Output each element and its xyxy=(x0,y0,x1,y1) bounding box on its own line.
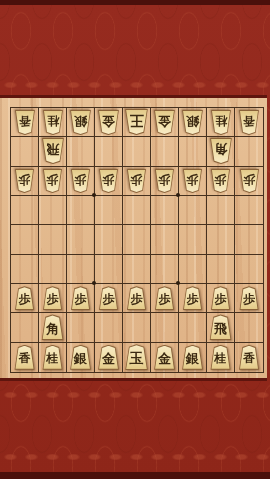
square-2i[interactable]: 桂 xyxy=(207,343,235,372)
koma-face: 歩 xyxy=(211,170,230,192)
star-point xyxy=(92,193,96,197)
koma-r-gote[interactable]: 飛 xyxy=(41,138,65,164)
square-9b[interactable] xyxy=(11,137,39,166)
square-2h[interactable]: 飛 xyxy=(207,313,235,342)
koma-face: 飛 xyxy=(210,315,232,339)
koma-p-gote[interactable]: 歩 xyxy=(154,169,175,193)
koma-face: 歩 xyxy=(211,287,230,309)
koma-face: 歩 xyxy=(15,170,34,192)
koma-kanji: 香 xyxy=(243,352,255,364)
koma-kanji: 歩 xyxy=(131,174,143,186)
square-2d[interactable] xyxy=(207,196,235,225)
ornament-chain-below-board xyxy=(0,389,270,401)
koma-kanji: 角 xyxy=(46,322,59,335)
square-4g[interactable]: 歩 xyxy=(151,284,179,313)
koma-k-gote[interactable]: 王 xyxy=(124,109,149,135)
koma-p-sente[interactable]: 歩 xyxy=(126,286,147,310)
koma-kanji: 歩 xyxy=(215,174,227,186)
koma-face: 歩 xyxy=(155,170,174,192)
koma-face: 香 xyxy=(15,346,35,369)
koma-p-sente[interactable]: 歩 xyxy=(14,286,35,310)
square-2g[interactable]: 歩 xyxy=(207,284,235,313)
koma-kanji: 桂 xyxy=(47,115,59,127)
koma-p-sente[interactable]: 歩 xyxy=(182,286,203,310)
koma-p-gote[interactable]: 歩 xyxy=(182,169,203,193)
koma-l-gote[interactable]: 香 xyxy=(238,110,260,135)
square-6h[interactable] xyxy=(95,313,123,342)
shogi-board: 香桂銀金王金銀桂香飛角歩歩歩歩歩歩歩歩歩歩歩歩歩歩歩歩歩歩角飛香桂銀金玉金銀桂香 xyxy=(0,95,267,381)
square-6a[interactable]: 金 xyxy=(95,108,123,137)
koma-kanji: 飛 xyxy=(46,144,59,157)
koma-p-sente[interactable]: 歩 xyxy=(154,286,175,310)
square-3d[interactable] xyxy=(179,196,207,225)
koma-p-sente[interactable]: 歩 xyxy=(42,286,63,310)
square-3g[interactable]: 歩 xyxy=(179,284,207,313)
star-point xyxy=(92,281,96,285)
koma-kanji: 香 xyxy=(243,115,255,127)
koma-face: 玉 xyxy=(125,345,148,369)
square-6c[interactable]: 歩 xyxy=(95,167,123,196)
koma-g-gote[interactable]: 金 xyxy=(97,110,120,135)
koma-kanji: 銀 xyxy=(186,115,199,128)
koma-p-gote[interactable]: 歩 xyxy=(98,169,119,193)
koma-kanji: 歩 xyxy=(215,293,227,305)
square-4h[interactable] xyxy=(151,313,179,342)
square-3c[interactable]: 歩 xyxy=(179,167,207,196)
bottom-edge-strip xyxy=(0,472,270,479)
square-7i[interactable]: 銀 xyxy=(67,343,95,372)
koma-p-sente[interactable]: 歩 xyxy=(98,286,119,310)
koma-face: 歩 xyxy=(43,287,62,309)
koma-l-sente[interactable]: 香 xyxy=(14,345,36,370)
square-3h[interactable] xyxy=(179,313,207,342)
star-point xyxy=(176,193,180,197)
koma-face: 歩 xyxy=(183,287,202,309)
koma-p-gote[interactable]: 歩 xyxy=(126,169,147,193)
koma-g-gote[interactable]: 金 xyxy=(153,110,176,135)
koma-kanji: 銀 xyxy=(74,115,87,128)
square-8e[interactable] xyxy=(39,225,67,254)
square-8f[interactable] xyxy=(39,255,67,284)
square-4e[interactable] xyxy=(151,225,179,254)
square-8b[interactable]: 飛 xyxy=(39,137,67,166)
square-2b[interactable]: 角 xyxy=(207,137,235,166)
square-7d[interactable] xyxy=(67,196,95,225)
koma-s-sente[interactable]: 銀 xyxy=(181,345,204,370)
koma-kanji: 歩 xyxy=(103,174,115,186)
square-7b[interactable] xyxy=(67,137,95,166)
star-point xyxy=(176,281,180,285)
koma-p-sente[interactable]: 歩 xyxy=(239,286,260,310)
koma-kanji: 銀 xyxy=(74,352,87,365)
square-7c[interactable]: 歩 xyxy=(67,167,95,196)
koma-s-sente[interactable]: 銀 xyxy=(69,345,92,370)
koma-face: 香 xyxy=(239,111,259,134)
square-5i[interactable]: 玉 xyxy=(123,343,151,372)
square-3f[interactable] xyxy=(179,255,207,284)
square-1f[interactable] xyxy=(235,255,263,284)
board-grid: 香桂銀金王金銀桂香飛角歩歩歩歩歩歩歩歩歩歩歩歩歩歩歩歩歩歩角飛香桂銀金玉金銀桂香 xyxy=(10,107,264,373)
square-1c[interactable]: 歩 xyxy=(235,167,263,196)
square-5b[interactable] xyxy=(123,137,151,166)
koma-kanji: 歩 xyxy=(243,293,255,305)
koma-kanji: 歩 xyxy=(75,174,87,186)
square-1b[interactable] xyxy=(235,137,263,166)
koma-g-sente[interactable]: 金 xyxy=(97,345,120,370)
square-6e[interactable] xyxy=(95,225,123,254)
square-4i[interactable]: 金 xyxy=(151,343,179,372)
koma-kanji: 金 xyxy=(158,115,171,128)
koma-kanji: 歩 xyxy=(159,174,171,186)
koma-face: 歩 xyxy=(155,287,174,309)
koma-kanji: 飛 xyxy=(214,322,227,335)
koma-kanji: 銀 xyxy=(186,352,199,365)
square-3a[interactable]: 銀 xyxy=(179,108,207,137)
square-5f[interactable] xyxy=(123,255,151,284)
koma-face: 桂 xyxy=(211,346,231,369)
koma-face: 歩 xyxy=(15,287,34,309)
square-8g[interactable]: 歩 xyxy=(39,284,67,313)
square-9g[interactable]: 歩 xyxy=(11,284,39,313)
square-3e[interactable] xyxy=(179,225,207,254)
koma-p-gote[interactable]: 歩 xyxy=(210,169,231,193)
square-9a[interactable]: 香 xyxy=(11,108,39,137)
koma-p-gote[interactable]: 歩 xyxy=(42,169,63,193)
koma-n-sente[interactable]: 桂 xyxy=(42,345,64,370)
square-4d[interactable] xyxy=(151,196,179,225)
koma-face: 金 xyxy=(154,111,175,134)
koma-face: 歩 xyxy=(99,287,118,309)
koma-face: 銀 xyxy=(70,111,91,134)
square-2e[interactable] xyxy=(207,225,235,254)
square-8a[interactable]: 桂 xyxy=(39,108,67,137)
koma-kanji: 歩 xyxy=(75,293,87,305)
koma-face: 銀 xyxy=(70,346,91,369)
koma-face: 歩 xyxy=(240,287,259,309)
top-edge-strip xyxy=(0,0,270,5)
koma-kanji: 香 xyxy=(19,352,31,364)
square-7g[interactable]: 歩 xyxy=(67,284,95,313)
koma-g-sente[interactable]: 金 xyxy=(153,345,176,370)
koma-face: 王 xyxy=(125,110,148,134)
koma-face: 歩 xyxy=(127,287,146,309)
koma-p-gote[interactable]: 歩 xyxy=(14,169,35,193)
koma-l-sente[interactable]: 香 xyxy=(238,345,260,370)
koma-face: 金 xyxy=(98,111,119,134)
koma-face: 香 xyxy=(239,346,259,369)
square-3i[interactable]: 銀 xyxy=(179,343,207,372)
square-5g[interactable]: 歩 xyxy=(123,284,151,313)
koma-p-gote[interactable]: 歩 xyxy=(239,169,260,193)
square-2c[interactable]: 歩 xyxy=(207,167,235,196)
square-8d[interactable] xyxy=(39,196,67,225)
square-3b[interactable] xyxy=(179,137,207,166)
koma-kanji: 王 xyxy=(130,114,144,128)
square-1h[interactable] xyxy=(235,313,263,342)
koma-face: 歩 xyxy=(71,287,90,309)
square-9f[interactable] xyxy=(11,255,39,284)
square-8i[interactable]: 桂 xyxy=(39,343,67,372)
koma-n-gote[interactable]: 桂 xyxy=(210,110,232,135)
square-6i[interactable]: 金 xyxy=(95,343,123,372)
koma-k-sente[interactable]: 玉 xyxy=(124,344,149,370)
square-8h[interactable]: 角 xyxy=(39,313,67,342)
square-1d[interactable] xyxy=(235,196,263,225)
koma-kanji: 歩 xyxy=(131,293,143,305)
square-7f[interactable] xyxy=(67,255,95,284)
square-4b[interactable] xyxy=(151,137,179,166)
square-4c[interactable]: 歩 xyxy=(151,167,179,196)
koma-kanji: 桂 xyxy=(215,352,227,364)
koma-kanji: 金 xyxy=(102,352,115,365)
koma-p-sente[interactable]: 歩 xyxy=(210,286,231,310)
koma-kanji: 歩 xyxy=(47,293,59,305)
square-7a[interactable]: 銀 xyxy=(67,108,95,137)
koma-b-gote[interactable]: 角 xyxy=(209,138,233,164)
koma-kanji: 桂 xyxy=(47,352,59,364)
koma-p-sente[interactable]: 歩 xyxy=(70,286,91,310)
koma-n-sente[interactable]: 桂 xyxy=(210,345,232,370)
square-2a[interactable]: 桂 xyxy=(207,108,235,137)
koma-kanji: 歩 xyxy=(187,174,199,186)
ornament-chain-top xyxy=(0,79,270,91)
koma-kanji: 歩 xyxy=(103,293,115,305)
square-9c[interactable]: 歩 xyxy=(11,167,39,196)
square-6d[interactable] xyxy=(95,196,123,225)
square-4f[interactable] xyxy=(151,255,179,284)
koma-kanji: 金 xyxy=(158,352,171,365)
koma-face: 銀 xyxy=(182,346,203,369)
koma-b-sente[interactable]: 角 xyxy=(41,314,65,340)
koma-r-sente[interactable]: 飛 xyxy=(209,314,233,340)
square-7h[interactable] xyxy=(67,313,95,342)
koma-kanji: 角 xyxy=(214,144,227,157)
square-9d[interactable] xyxy=(11,196,39,225)
koma-face: 歩 xyxy=(127,170,146,192)
koma-l-gote[interactable]: 香 xyxy=(14,110,36,135)
square-9e[interactable] xyxy=(11,225,39,254)
square-6f[interactable] xyxy=(95,255,123,284)
koma-n-gote[interactable]: 桂 xyxy=(42,110,64,135)
square-7e[interactable] xyxy=(67,225,95,254)
koma-s-gote[interactable]: 銀 xyxy=(69,110,92,135)
koma-kanji: 歩 xyxy=(47,174,59,186)
square-5c[interactable]: 歩 xyxy=(123,167,151,196)
square-1e[interactable] xyxy=(235,225,263,254)
square-6g[interactable]: 歩 xyxy=(95,284,123,313)
koma-p-gote[interactable]: 歩 xyxy=(70,169,91,193)
square-5e[interactable] xyxy=(123,225,151,254)
koma-face: 歩 xyxy=(71,170,90,192)
koma-face: 桂 xyxy=(43,346,63,369)
square-1g[interactable]: 歩 xyxy=(235,284,263,313)
koma-kanji: 桂 xyxy=(215,115,227,127)
shogi-app-screen: { "game": "shogi", "position": { "sfen":… xyxy=(0,0,270,479)
koma-kanji: 歩 xyxy=(243,174,255,186)
koma-face: 歩 xyxy=(99,170,118,192)
square-2f[interactable] xyxy=(207,255,235,284)
square-9h[interactable] xyxy=(11,313,39,342)
koma-kanji: 歩 xyxy=(19,293,31,305)
koma-face: 角 xyxy=(42,315,64,339)
square-5a[interactable]: 王 xyxy=(123,108,151,137)
square-1a[interactable]: 香 xyxy=(235,108,263,137)
square-6b[interactable] xyxy=(95,137,123,166)
koma-kanji: 金 xyxy=(102,115,115,128)
square-1i[interactable]: 香 xyxy=(235,343,263,372)
koma-face: 銀 xyxy=(182,111,203,134)
koma-kanji: 歩 xyxy=(159,293,171,305)
koma-kanji: 玉 xyxy=(130,351,144,365)
koma-s-gote[interactable]: 銀 xyxy=(181,110,204,135)
square-9i[interactable]: 香 xyxy=(11,343,39,372)
square-5h[interactable] xyxy=(123,313,151,342)
koma-face: 金 xyxy=(98,346,119,369)
square-5d[interactable] xyxy=(123,196,151,225)
koma-face: 金 xyxy=(154,346,175,369)
koma-kanji: 歩 xyxy=(19,174,31,186)
square-8c[interactable]: 歩 xyxy=(39,167,67,196)
koma-face: 歩 xyxy=(43,170,62,192)
ornament-chain-bottom xyxy=(0,451,270,463)
square-4a[interactable]: 金 xyxy=(151,108,179,137)
koma-kanji: 香 xyxy=(19,115,31,127)
koma-face: 歩 xyxy=(183,170,202,192)
koma-kanji: 歩 xyxy=(187,293,199,305)
